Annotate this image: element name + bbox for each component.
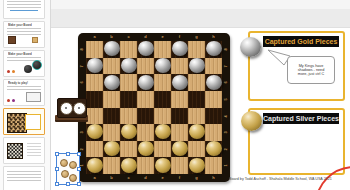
gold-checker-g3[interactable]: [189, 124, 205, 139]
gold-checker-f2[interactable]: [172, 141, 188, 156]
thumb6-text-lines: [27, 143, 41, 157]
gold-checker-b2[interactable]: [104, 141, 120, 156]
sample-silver-piece[interactable]: [240, 37, 261, 57]
selection-handle-5[interactable]: [77, 167, 81, 171]
coordinate-label-3: 3: [78, 130, 86, 134]
coordinate-label-a: a: [90, 176, 99, 180]
slide-thumbnail-5-current[interactable]: [3, 108, 45, 135]
square-a4: [86, 108, 103, 125]
square-g6: [188, 74, 205, 91]
coordinate-label-2: 2: [78, 147, 86, 151]
coordinate-label-c: c: [124, 176, 133, 180]
gold-checker-c3[interactable]: [121, 124, 137, 139]
coordinate-label-g: g: [192, 35, 201, 39]
thumb4-color-dots: [7, 99, 15, 102]
square-h6: [205, 74, 222, 91]
square-f4: [171, 108, 188, 125]
coordinate-label-1: 1: [222, 164, 230, 168]
coordinate-label-4: 4: [222, 114, 230, 118]
thumb2-text-lines: [7, 28, 41, 36]
selection-handle-3[interactable]: [77, 152, 81, 156]
thumb2-title: Make your Board: [8, 23, 32, 26]
coordinate-label-c: c: [124, 35, 133, 39]
silver-checker-d6[interactable]: [138, 74, 154, 89]
coordinate-label-d: d: [141, 35, 150, 39]
thumb1-link-line: [10, 10, 38, 11]
square-a3: [86, 124, 103, 141]
thumb1-text-lines: [7, 1, 41, 9]
square-f3: [171, 124, 188, 141]
coordinate-label-8: 8: [222, 47, 230, 51]
square-b5: [103, 91, 120, 108]
silver-checker-d8[interactable]: [138, 41, 154, 56]
coordinate-label-d: d: [141, 176, 150, 180]
square-h4: [205, 108, 222, 125]
square-d1: [137, 157, 154, 174]
silver-checker-g7[interactable]: [189, 58, 205, 73]
checkers-board[interactable]: aabbccddeeffgghh8877665544332211: [78, 33, 230, 182]
gold-checker-d2[interactable]: [138, 141, 154, 156]
workspace-margin-2: [50, 9, 350, 28]
silver-checker-a7[interactable]: [87, 58, 103, 73]
slide-thumbnail-6[interactable]: [3, 137, 45, 164]
spare-gold-piece-3[interactable]: [61, 170, 69, 178]
coordinate-label-e: e: [158, 176, 167, 180]
square-d8: [137, 41, 154, 58]
square-e1: [154, 157, 171, 174]
thumb5-capture-box: [25, 114, 41, 130]
note-callout-bubble[interactable]: My Kings have shadows - need more, just …: [287, 56, 335, 84]
square-c5: [120, 91, 137, 108]
square-d5: [137, 91, 154, 108]
square-h1: [205, 157, 222, 174]
square-h3: [205, 124, 222, 141]
thumb4-envelope-image: [26, 92, 41, 102]
square-a6: [86, 74, 103, 91]
spare-gold-piece-1[interactable]: [60, 159, 68, 167]
square-g4: [188, 108, 205, 125]
slide-thumbnail-1[interactable]: [3, 0, 45, 19]
silver-checker-h6[interactable]: [206, 74, 222, 89]
selection-handle-8[interactable]: [77, 182, 81, 186]
gold-checker-a1[interactable]: [87, 158, 103, 173]
square-b6: [103, 74, 120, 91]
coordinate-label-8: 8: [78, 47, 86, 51]
square-f1: [171, 157, 188, 174]
square-b7: [103, 58, 120, 75]
coordinate-label-f: f: [175, 35, 184, 39]
square-b8: [103, 41, 120, 58]
square-c2: [120, 141, 137, 158]
square-g1: [188, 157, 205, 174]
coordinate-label-g: g: [192, 176, 201, 180]
square-h7: [205, 58, 222, 75]
spare-gold-piece-4[interactable]: [69, 174, 77, 182]
gold-checker-h2[interactable]: [206, 141, 222, 156]
thumb3-title: Make your Board: [8, 52, 32, 55]
coordinate-label-5: 5: [222, 97, 230, 101]
callout-text: My Kings have shadows - need more, just …: [298, 64, 325, 77]
slide-thumbnail-3[interactable]: Make your Board: [3, 50, 45, 77]
thumb3-color-dots: [7, 70, 15, 73]
gold-checker-g1[interactable]: [189, 158, 205, 173]
presentation-editor: Make your Board Make your Board Ready to…: [0, 0, 350, 190]
square-c6: [120, 74, 137, 91]
thumb3-black-piece: [24, 65, 32, 73]
square-c3: [120, 124, 137, 141]
square-g3: [188, 124, 205, 141]
square-g7: [188, 58, 205, 75]
square-f8: [171, 41, 188, 58]
square-f6: [171, 74, 188, 91]
silver-checker-b8[interactable]: [104, 41, 120, 56]
thumb7-text-lines: [7, 171, 41, 181]
credit-text[interactable]: Board by Todd Aschoff - Shahala Middle S…: [229, 177, 332, 181]
square-f2: [171, 141, 188, 158]
coordinate-label-7: 7: [78, 64, 86, 68]
captured-silver-title: Captured Silver Pieces: [263, 113, 339, 124]
square-e7: [154, 58, 171, 75]
square-b1: [103, 157, 120, 174]
silver-checker-f6[interactable]: [172, 74, 188, 89]
workspace-margin: [50, 0, 350, 9]
square-e5: [154, 91, 171, 108]
square-e6: [154, 74, 171, 91]
square-c8: [120, 41, 137, 58]
square-e8: [154, 41, 171, 58]
square-a8: [86, 41, 103, 58]
square-c1: [120, 157, 137, 174]
gold-checker-c1[interactable]: [121, 158, 137, 173]
silver-checker-c7[interactable]: [121, 58, 137, 73]
square-g8: [188, 41, 205, 58]
gold-checker-e1[interactable]: [155, 158, 171, 173]
thumb2-board-swatch: [8, 36, 16, 44]
square-g5: [188, 91, 205, 108]
slide-thumbnail-2[interactable]: Make your Board: [3, 21, 45, 48]
coordinate-label-b: b: [107, 176, 116, 180]
silver-checker-e7[interactable]: [155, 58, 171, 73]
coordinate-label-b: b: [107, 35, 116, 39]
selection-handle-4[interactable]: [55, 167, 59, 171]
selection-handle-1[interactable]: [55, 152, 59, 156]
captured-gold-title: Captured Gold Pieces: [263, 36, 339, 47]
thumb5-mini-board: [7, 113, 27, 133]
square-c7: [120, 58, 137, 75]
thumb4-title: Ready to play!: [8, 81, 28, 84]
silver-checker-h8[interactable]: [206, 41, 222, 56]
square-b2: [103, 141, 120, 158]
slide-thumbnail-4[interactable]: Ready to play!: [3, 79, 45, 106]
board-grid: [86, 41, 222, 174]
square-d7: [137, 58, 154, 75]
square-d3: [137, 124, 154, 141]
chess-clock[interactable]: [57, 98, 87, 118]
coordinate-label-3: 3: [222, 130, 230, 134]
square-b4: [103, 108, 120, 125]
spare-gold-piece-2[interactable]: [69, 161, 77, 169]
square-h8: [205, 41, 222, 58]
square-e2: [154, 141, 171, 158]
square-g2: [188, 141, 205, 158]
coordinate-label-6: 6: [222, 81, 230, 85]
square-f5: [171, 91, 188, 108]
thumb6-mini-board: [7, 143, 23, 159]
selection-handle-7[interactable]: [66, 182, 70, 186]
selection-handle-2[interactable]: [66, 152, 70, 156]
silver-checker-b6[interactable]: [104, 74, 120, 89]
coordinate-label-a: a: [90, 35, 99, 39]
slide-canvas: aabbccddeeffgghh8877665544332211 Capture…: [50, 0, 350, 190]
square-e3: [154, 124, 171, 141]
square-a7: [86, 58, 103, 75]
square-f7: [171, 58, 188, 75]
square-d6: [137, 74, 154, 91]
square-a1: [86, 157, 103, 174]
square-b3: [103, 124, 120, 141]
square-a2: [86, 141, 103, 158]
square-e4: [154, 108, 171, 125]
clock-dial-left: [60, 102, 73, 115]
square-d2: [137, 141, 154, 158]
square-h5: [205, 91, 222, 108]
coordinate-label-2: 2: [222, 147, 230, 151]
coordinate-label-6: 6: [78, 81, 86, 85]
coordinate-label-h: h: [209, 35, 218, 39]
selection-handle-6[interactable]: [55, 182, 59, 186]
slide-thumbnail-panel: Make your Board Make your Board Ready to…: [0, 0, 51, 190]
slide-thumbnail-7[interactable]: [3, 166, 45, 190]
sample-gold-piece[interactable]: [241, 111, 262, 131]
gold-checker-e3[interactable]: [155, 124, 171, 139]
coordinate-label-h: h: [209, 176, 218, 180]
thumb3-teal-piece: [32, 60, 42, 70]
coordinate-label-e: e: [158, 35, 167, 39]
clock-dial-right: [73, 102, 86, 115]
spare-pieces-object-selected[interactable]: [56, 153, 80, 185]
gold-checker-a3[interactable]: [87, 124, 103, 139]
coordinate-label-f: f: [175, 176, 184, 180]
square-h2: [205, 141, 222, 158]
thumb2-tan-swatch: [32, 37, 38, 43]
coordinate-label-7: 7: [222, 64, 230, 68]
square-a5: [86, 91, 103, 108]
silver-checker-f8[interactable]: [172, 41, 188, 56]
captured-silver-panel[interactable]: Captured Silver Pieces: [248, 108, 345, 175]
square-d4: [137, 108, 154, 125]
square-c4: [120, 108, 137, 125]
